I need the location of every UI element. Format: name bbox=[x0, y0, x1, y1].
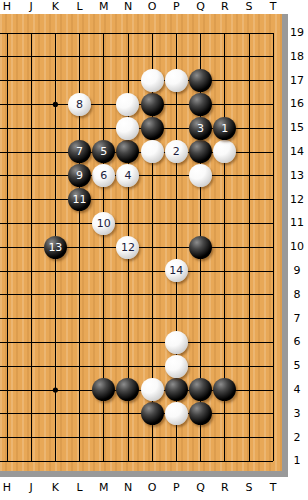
row-label: 5 bbox=[288, 359, 306, 373]
move-number: 4 bbox=[124, 170, 131, 181]
column-label-top: M bbox=[95, 0, 113, 14]
column-label-bottom: L bbox=[71, 481, 89, 495]
move-number: 9 bbox=[76, 170, 83, 181]
move-number: 2 bbox=[173, 146, 180, 157]
stone-white-N16[interactable] bbox=[116, 93, 139, 116]
stone-black-Q16[interactable] bbox=[189, 93, 212, 116]
row-label: 1 bbox=[288, 454, 306, 468]
row-label: 9 bbox=[288, 264, 306, 278]
stone-black-L12[interactable]: 11 bbox=[68, 188, 91, 211]
row-label: 10 bbox=[288, 240, 306, 254]
stone-white-O4[interactable] bbox=[141, 378, 164, 401]
stone-black-Q3[interactable] bbox=[189, 402, 212, 425]
column-label-top: N bbox=[119, 0, 137, 14]
stone-black-O3[interactable] bbox=[141, 402, 164, 425]
stone-white-P14[interactable]: 2 bbox=[165, 140, 188, 163]
column-label-bottom: T bbox=[264, 481, 282, 495]
stone-black-R15[interactable]: 1 bbox=[213, 117, 236, 140]
row-label: 18 bbox=[288, 50, 306, 64]
column-label-top: J bbox=[22, 0, 40, 14]
board-shadow-bottom bbox=[0, 471, 288, 477]
stone-black-Q14[interactable] bbox=[189, 140, 212, 163]
column-label-top: O bbox=[143, 0, 161, 14]
go-diagram: 1234567891011121314 HHJJKKLLMMNNOOPPQQRR… bbox=[0, 0, 308, 500]
column-label-bottom: N bbox=[119, 481, 137, 495]
stone-black-L13[interactable]: 9 bbox=[68, 164, 91, 187]
stone-white-N10[interactable]: 12 bbox=[116, 236, 139, 259]
stone-white-O14[interactable] bbox=[141, 140, 164, 163]
stone-black-K10[interactable]: 13 bbox=[44, 236, 67, 259]
stone-white-Q13[interactable] bbox=[189, 164, 212, 187]
stone-black-N14[interactable] bbox=[116, 140, 139, 163]
stone-white-L16[interactable]: 8 bbox=[68, 93, 91, 116]
column-label-top: T bbox=[264, 0, 282, 14]
stone-black-O16[interactable] bbox=[141, 93, 164, 116]
row-label: 8 bbox=[288, 288, 306, 302]
move-number: 7 bbox=[76, 146, 83, 157]
column-label-bottom: R bbox=[216, 481, 234, 495]
column-label-top: H bbox=[0, 0, 16, 14]
stone-black-Q4[interactable] bbox=[189, 378, 212, 401]
stone-black-Q15[interactable]: 3 bbox=[189, 117, 212, 140]
stone-white-P9[interactable]: 14 bbox=[165, 259, 188, 282]
stone-black-L14[interactable]: 7 bbox=[68, 140, 91, 163]
stone-white-N13[interactable]: 4 bbox=[116, 164, 139, 187]
stone-black-P4[interactable] bbox=[165, 378, 188, 401]
row-label: 12 bbox=[288, 193, 306, 207]
row-label: 4 bbox=[288, 383, 306, 397]
column-label-bottom: P bbox=[167, 481, 185, 495]
move-number: 8 bbox=[76, 99, 83, 110]
column-label-top: R bbox=[216, 0, 234, 14]
column-label-top: P bbox=[167, 0, 185, 14]
stone-white-N15[interactable] bbox=[116, 117, 139, 140]
column-label-top: K bbox=[46, 0, 64, 14]
stone-black-M14[interactable]: 5 bbox=[92, 140, 115, 163]
move-number: 10 bbox=[97, 218, 111, 229]
column-label-bottom: J bbox=[22, 481, 40, 495]
move-number: 14 bbox=[169, 265, 183, 276]
row-label: 3 bbox=[288, 407, 306, 421]
row-label: 15 bbox=[288, 121, 306, 135]
row-label: 6 bbox=[288, 335, 306, 349]
row-label: 2 bbox=[288, 431, 306, 445]
stone-black-O15[interactable] bbox=[141, 117, 164, 140]
row-label: 17 bbox=[288, 74, 306, 88]
move-number: 5 bbox=[100, 146, 107, 157]
stone-white-P5[interactable] bbox=[165, 355, 188, 378]
column-label-bottom: M bbox=[95, 481, 113, 495]
column-label-bottom: O bbox=[143, 481, 161, 495]
column-label-top: Q bbox=[192, 0, 210, 14]
stone-white-M13[interactable]: 6 bbox=[92, 164, 115, 187]
move-number: 3 bbox=[197, 123, 204, 134]
stones-layer: 1234567891011121314 bbox=[0, 21, 282, 471]
stone-black-M4[interactable] bbox=[92, 378, 115, 401]
move-number: 1 bbox=[221, 123, 228, 134]
column-label-top: S bbox=[240, 0, 258, 14]
stone-white-P17[interactable] bbox=[165, 69, 188, 92]
stone-white-P3[interactable] bbox=[165, 402, 188, 425]
row-label: 11 bbox=[288, 216, 306, 230]
column-label-bottom: Q bbox=[192, 481, 210, 495]
stone-white-P6[interactable] bbox=[165, 331, 188, 354]
stone-black-Q10[interactable] bbox=[189, 236, 212, 259]
column-label-bottom: S bbox=[240, 481, 258, 495]
stone-white-O17[interactable] bbox=[141, 69, 164, 92]
move-number: 13 bbox=[48, 242, 62, 253]
move-number: 12 bbox=[121, 242, 135, 253]
stone-black-Q17[interactable] bbox=[189, 69, 212, 92]
stone-black-N4[interactable] bbox=[116, 378, 139, 401]
stone-white-M11[interactable]: 10 bbox=[92, 212, 115, 235]
row-label: 7 bbox=[288, 312, 306, 326]
move-number: 6 bbox=[100, 170, 107, 181]
row-label: 16 bbox=[288, 97, 306, 111]
row-label: 14 bbox=[288, 145, 306, 159]
move-number: 11 bbox=[73, 194, 87, 205]
stone-white-R14[interactable] bbox=[213, 140, 236, 163]
row-label: 13 bbox=[288, 169, 306, 183]
row-label: 19 bbox=[288, 26, 306, 40]
column-label-bottom: K bbox=[46, 481, 64, 495]
stone-black-R4[interactable] bbox=[213, 378, 236, 401]
column-label-top: L bbox=[71, 0, 89, 14]
column-label-bottom: H bbox=[0, 481, 16, 495]
go-board[interactable]: 1234567891011121314 bbox=[0, 14, 282, 471]
